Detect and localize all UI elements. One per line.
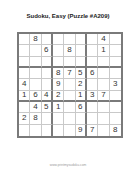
- cell-r8c5: [64, 113, 75, 124]
- cell-r8c9: [110, 113, 121, 124]
- cell-r5c9: 3: [110, 79, 121, 90]
- cell-r7c1: [19, 102, 30, 113]
- cell-r8c7: [87, 113, 98, 124]
- cell-r6c6: 1: [76, 91, 87, 102]
- cell-r2c1: [19, 45, 30, 56]
- cell-r7c6: 6: [76, 102, 87, 113]
- cell-r7c4: 1: [53, 102, 64, 113]
- cell-r4c1: [19, 68, 30, 79]
- footer-url: www.printmysudoku.com: [31, 163, 106, 166]
- cell-r3c4: [53, 57, 64, 68]
- cell-r1c7: [87, 34, 98, 45]
- cell-r6c9: [110, 91, 121, 102]
- cell-r6c3: 4: [42, 91, 53, 102]
- cell-r2c6: [76, 45, 87, 56]
- cell-r5c8: [98, 79, 109, 90]
- cell-r2c4: [53, 45, 64, 56]
- cell-r9c4: [53, 125, 64, 136]
- cell-r8c1: 2: [19, 113, 30, 124]
- cell-r3c9: [110, 57, 121, 68]
- cell-r4c8: [98, 68, 109, 79]
- cell-r2c8: 1: [98, 45, 109, 56]
- cell-r6c1: 1: [19, 91, 30, 102]
- cell-r3c6: [76, 57, 87, 68]
- cell-r3c2: [30, 57, 41, 68]
- cell-r5c5: [64, 79, 75, 90]
- cell-r3c1: [19, 57, 30, 68]
- cell-r5c6: 2: [76, 79, 87, 90]
- cell-r9c6: 9: [76, 125, 87, 136]
- cell-r2c5: 8: [64, 45, 75, 56]
- cell-r2c2: [30, 45, 41, 56]
- cell-r4c7: 6: [87, 68, 98, 79]
- cell-r8c3: [42, 113, 53, 124]
- cell-r4c3: [42, 68, 53, 79]
- cell-r3c7: [87, 57, 98, 68]
- cell-r1c4: [53, 34, 64, 45]
- cell-r9c7: 7: [87, 125, 98, 136]
- cell-r8c6: [76, 113, 87, 124]
- cell-r5c7: [87, 79, 98, 90]
- cell-r6c5: [64, 91, 75, 102]
- cell-r4c6: 5: [76, 68, 87, 79]
- cell-r3c5: [64, 57, 75, 68]
- cell-r1c9: [110, 34, 121, 45]
- cell-r7c2: 4: [30, 102, 41, 113]
- cell-r7c5: [64, 102, 75, 113]
- sudoku-page: Sudoku, Easy (Puzzle #A209) 846818756492…: [0, 0, 136, 176]
- cell-r2c9: [110, 45, 121, 56]
- cell-r9c9: 8: [110, 125, 121, 136]
- cell-r4c2: [30, 68, 41, 79]
- cell-r1c8: 4: [98, 34, 109, 45]
- cell-r5c3: [42, 79, 53, 90]
- cell-r9c8: [98, 125, 109, 136]
- sudoku-grid: 84681875649231642137451628978: [17, 32, 123, 138]
- cell-r3c8: [98, 57, 109, 68]
- cell-r9c1: [19, 125, 30, 136]
- cell-r2c3: 6: [42, 45, 53, 56]
- cell-r1c2: 8: [30, 34, 41, 45]
- cell-r9c5: [64, 125, 75, 136]
- cell-r6c4: 2: [53, 91, 64, 102]
- cell-r1c5: [64, 34, 75, 45]
- cell-r9c3: [42, 125, 53, 136]
- cell-r5c1: 4: [19, 79, 30, 90]
- cell-r5c4: 9: [53, 79, 64, 90]
- cell-r3c3: [42, 57, 53, 68]
- cell-r1c3: [42, 34, 53, 45]
- page-title: Sudoku, Easy (Puzzle #A209): [0, 13, 136, 19]
- cell-r1c1: [19, 34, 30, 45]
- cell-r8c4: [53, 113, 64, 124]
- cell-r8c8: [98, 113, 109, 124]
- cell-r2c7: [87, 45, 98, 56]
- cell-r6c7: 3: [87, 91, 98, 102]
- cell-r7c8: [98, 102, 109, 113]
- cell-r6c2: 6: [30, 91, 41, 102]
- cell-r6c8: 7: [98, 91, 109, 102]
- cell-r4c4: 8: [53, 68, 64, 79]
- cell-r9c2: [30, 125, 41, 136]
- cell-r7c3: 5: [42, 102, 53, 113]
- cell-r7c9: [110, 102, 121, 113]
- cell-r8c2: 8: [30, 113, 41, 124]
- cell-r4c5: 7: [64, 68, 75, 79]
- cell-r1c6: [76, 34, 87, 45]
- cell-r7c7: [87, 102, 98, 113]
- cell-r4c9: [110, 68, 121, 79]
- cell-r5c2: [30, 79, 41, 90]
